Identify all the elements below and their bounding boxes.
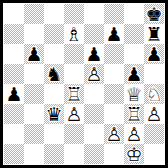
- square-c5[interactable]: ♞♞: [44, 64, 64, 84]
- square-f4[interactable]: [104, 84, 124, 104]
- square-e1[interactable]: [84, 144, 104, 164]
- square-a2[interactable]: [4, 124, 24, 144]
- square-f3[interactable]: [104, 104, 124, 124]
- black-pawn-fill: ♟: [4, 84, 24, 104]
- square-e8[interactable]: [84, 4, 104, 24]
- square-c7[interactable]: [44, 24, 64, 44]
- square-h7[interactable]: ♜♜: [144, 24, 164, 44]
- square-b5[interactable]: [24, 64, 44, 84]
- white-pawn: ♙: [144, 104, 164, 124]
- white-queen-fill: ♛: [124, 84, 144, 104]
- square-b7[interactable]: [24, 24, 44, 44]
- white-king: ♔: [124, 144, 144, 164]
- square-d1[interactable]: [64, 144, 84, 164]
- square-d4[interactable]: ♜♖: [64, 84, 84, 104]
- black-pawn: ♟: [124, 64, 144, 84]
- black-queen: ♛: [44, 104, 64, 124]
- square-c6[interactable]: [44, 44, 64, 64]
- square-g3[interactable]: ♜♖: [124, 104, 144, 124]
- square-e5[interactable]: ♟♙: [84, 64, 104, 84]
- black-rook-fill: ♜: [144, 24, 164, 44]
- black-pawn: ♟: [144, 44, 164, 64]
- square-e7[interactable]: [84, 24, 104, 44]
- square-d7[interactable]: ♝♗: [64, 24, 84, 44]
- white-rook: ♖: [124, 104, 144, 124]
- square-f8[interactable]: [104, 4, 124, 24]
- square-b2[interactable]: [24, 124, 44, 144]
- square-c1[interactable]: [44, 144, 64, 164]
- white-pawn: ♙: [124, 124, 144, 144]
- black-queen-fill: ♛: [44, 104, 64, 124]
- square-f2[interactable]: ♟♙: [104, 124, 124, 144]
- square-d8[interactable]: [64, 4, 84, 24]
- square-h5[interactable]: [144, 64, 164, 84]
- square-e4[interactable]: [84, 84, 104, 104]
- black-rook: ♜: [144, 24, 164, 44]
- black-knight-fill: ♞: [44, 64, 64, 84]
- square-e2[interactable]: [84, 124, 104, 144]
- square-h8[interactable]: ♚♚: [144, 4, 164, 24]
- white-pawn: ♙: [64, 104, 84, 124]
- square-d6[interactable]: [64, 44, 84, 64]
- square-a5[interactable]: [4, 64, 24, 84]
- black-pawn: ♟: [104, 24, 124, 44]
- black-pawn-fill: ♟: [104, 24, 124, 44]
- square-b1[interactable]: [24, 144, 44, 164]
- black-king-fill: ♚: [144, 4, 164, 24]
- square-b4[interactable]: [24, 84, 44, 104]
- square-g6[interactable]: [124, 44, 144, 64]
- square-a7[interactable]: [4, 24, 24, 44]
- white-pawn-fill: ♟: [64, 104, 84, 124]
- chess-board: ♚♚♝♗♟♟♜♜♟♟♟♟♟♟♞♞♟♙♟♟♟♟♜♖♛♕♞♘♛♛♟♙♜♖♟♙♟♙♟♙…: [4, 4, 164, 164]
- square-c2[interactable]: [44, 124, 64, 144]
- square-c3[interactable]: ♛♛: [44, 104, 64, 124]
- black-pawn-fill: ♟: [24, 44, 44, 64]
- square-f1[interactable]: [104, 144, 124, 164]
- square-g5[interactable]: ♟♟: [124, 64, 144, 84]
- black-king: ♚: [144, 4, 164, 24]
- square-h6[interactable]: ♟♟: [144, 44, 164, 64]
- square-e6[interactable]: ♟♟: [84, 44, 104, 64]
- square-b3[interactable]: [24, 104, 44, 124]
- white-bishop-fill: ♝: [64, 24, 84, 44]
- white-king-fill: ♚: [124, 144, 144, 164]
- square-b6[interactable]: ♟♟: [24, 44, 44, 64]
- white-pawn-fill: ♟: [124, 124, 144, 144]
- black-pawn-fill: ♟: [144, 44, 164, 64]
- square-h3[interactable]: ♟♙: [144, 104, 164, 124]
- white-rook-fill: ♜: [124, 104, 144, 124]
- square-d3[interactable]: ♟♙: [64, 104, 84, 124]
- white-rook: ♖: [64, 84, 84, 104]
- square-g4[interactable]: ♛♕: [124, 84, 144, 104]
- square-h4[interactable]: ♞♘: [144, 84, 164, 104]
- square-g8[interactable]: [124, 4, 144, 24]
- square-g2[interactable]: ♟♙: [124, 124, 144, 144]
- black-knight: ♞: [44, 64, 64, 84]
- square-d2[interactable]: [64, 124, 84, 144]
- square-b8[interactable]: [24, 4, 44, 24]
- square-a4[interactable]: ♟♟: [4, 84, 24, 104]
- black-pawn: ♟: [4, 84, 24, 104]
- square-g1[interactable]: ♚♔: [124, 144, 144, 164]
- square-h2[interactable]: [144, 124, 164, 144]
- white-knight-fill: ♞: [144, 84, 164, 104]
- white-pawn: ♙: [84, 64, 104, 84]
- square-a3[interactable]: [4, 104, 24, 124]
- square-g7[interactable]: [124, 24, 144, 44]
- square-f7[interactable]: ♟♟: [104, 24, 124, 44]
- white-queen: ♕: [124, 84, 144, 104]
- white-knight: ♘: [144, 84, 164, 104]
- square-f6[interactable]: [104, 44, 124, 64]
- square-e3[interactable]: [84, 104, 104, 124]
- square-d5[interactable]: [64, 64, 84, 84]
- white-pawn-fill: ♟: [104, 124, 124, 144]
- square-a8[interactable]: [4, 4, 24, 24]
- black-pawn-fill: ♟: [124, 64, 144, 84]
- square-a6[interactable]: [4, 44, 24, 64]
- white-pawn-fill: ♟: [84, 64, 104, 84]
- square-f5[interactable]: [104, 64, 124, 84]
- square-c8[interactable]: [44, 4, 64, 24]
- white-pawn-fill: ♟: [144, 104, 164, 124]
- square-h1[interactable]: [144, 144, 164, 164]
- black-pawn-fill: ♟: [84, 44, 104, 64]
- chess-diagram-frame: ♚♚♝♗♟♟♜♜♟♟♟♟♟♟♞♞♟♙♟♟♟♟♜♖♛♕♞♘♛♛♟♙♜♖♟♙♟♙♟♙…: [0, 0, 168, 168]
- square-c4[interactable]: [44, 84, 64, 104]
- square-a1[interactable]: [4, 144, 24, 164]
- black-pawn: ♟: [84, 44, 104, 64]
- black-pawn: ♟: [24, 44, 44, 64]
- white-pawn: ♙: [104, 124, 124, 144]
- white-bishop: ♗: [64, 24, 84, 44]
- white-rook-fill: ♜: [64, 84, 84, 104]
